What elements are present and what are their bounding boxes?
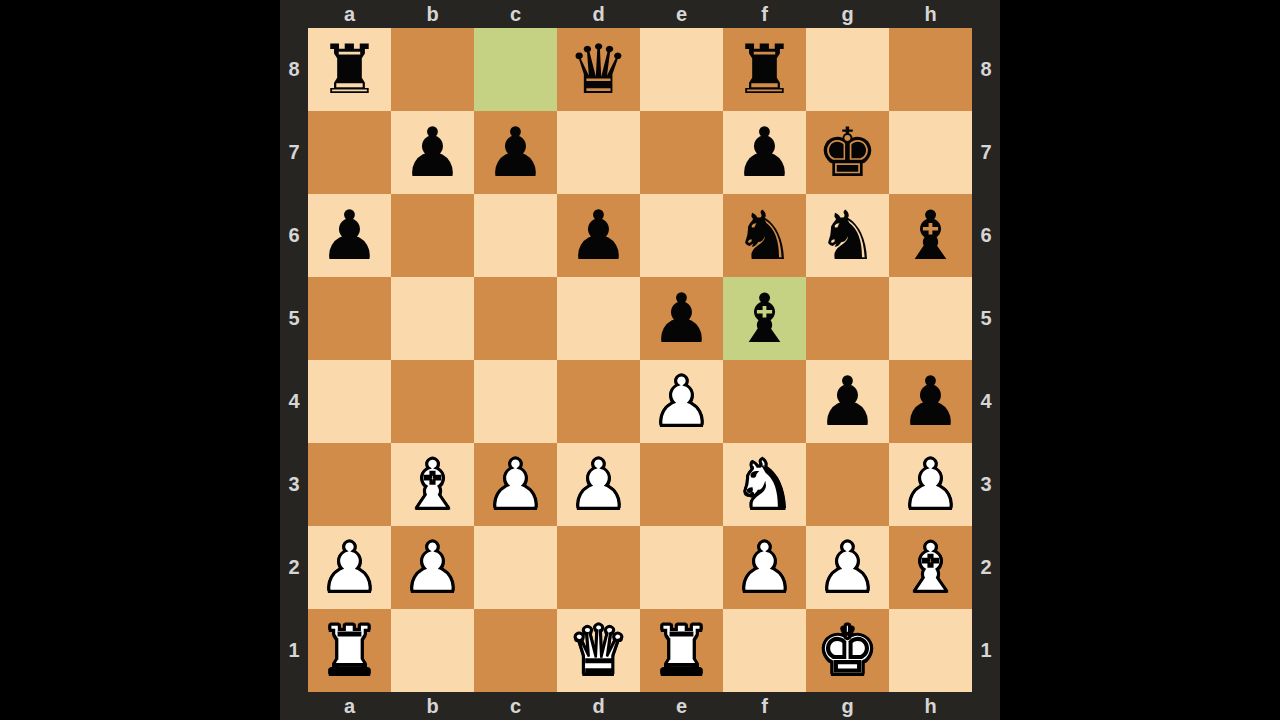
square-b6[interactable] [391,194,474,277]
white-pawn-h3[interactable]: ♟ [900,443,961,526]
square-d1[interactable]: ♛ [557,609,640,692]
file-labels-top: abcdefgh [280,0,1000,28]
square-f2[interactable]: ♟ [723,526,806,609]
file-label-h-top: h [889,0,972,28]
square-f6[interactable]: ♞ [723,194,806,277]
rank-label-3-left: 3 [280,473,308,496]
square-a7[interactable] [308,111,391,194]
black-queen-d8[interactable]: ♛ [568,28,629,111]
black-knight-f6[interactable]: ♞ [734,194,795,277]
black-king-g7[interactable]: ♚ [817,111,878,194]
square-e6[interactable] [640,194,723,277]
square-b3[interactable]: ♝ [391,443,474,526]
square-b8[interactable] [391,28,474,111]
file-label-e-bottom: e [640,692,723,720]
rank-label-5-left: 5 [280,307,308,330]
square-c8[interactable] [474,28,557,111]
file-label-g-bottom: g [806,692,889,720]
square-d2[interactable] [557,526,640,609]
square-g6[interactable]: ♞ [806,194,889,277]
square-g3[interactable] [806,443,889,526]
square-c3[interactable]: ♟ [474,443,557,526]
square-g1[interactable]: ♚ [806,609,889,692]
file-label-c-top: c [474,0,557,28]
square-f4[interactable] [723,360,806,443]
square-f1[interactable] [723,609,806,692]
chessboard: ♜♛♜♟♟♟♚♟♟♞♞♝♟♝♟♟♟♝♟♟♞♟♟♟♟♟♝♜♛♜♚ [308,28,972,692]
black-rook-f8[interactable]: ♜ [734,28,795,111]
square-a8[interactable]: ♜ [308,28,391,111]
square-c5[interactable] [474,277,557,360]
white-pawn-a2[interactable]: ♟ [319,526,380,609]
square-e1[interactable]: ♜ [640,609,723,692]
white-bishop-h2[interactable]: ♝ [900,526,961,609]
square-c4[interactable] [474,360,557,443]
white-pawn-f2[interactable]: ♟ [734,526,795,609]
white-rook-e1[interactable]: ♜ [651,609,712,692]
square-d6[interactable]: ♟ [557,194,640,277]
file-label-d-bottom: d [557,692,640,720]
rank-label-7-right: 7 [972,141,1000,164]
square-g4[interactable]: ♟ [806,360,889,443]
black-pawn-g4[interactable]: ♟ [817,360,878,443]
square-f8[interactable]: ♜ [723,28,806,111]
black-pawn-e5[interactable]: ♟ [651,277,712,360]
rank-label-2-left: 2 [280,556,308,579]
black-bishop-h6[interactable]: ♝ [900,194,961,277]
file-label-e-top: e [640,0,723,28]
square-c2[interactable] [474,526,557,609]
rank-label-8-right: 8 [972,58,1000,81]
file-label-b-top: b [391,0,474,28]
rank-label-5-right: 5 [972,307,1000,330]
square-f5[interactable]: ♝ [723,277,806,360]
square-d5[interactable] [557,277,640,360]
black-pawn-f7[interactable]: ♟ [734,111,795,194]
square-e3[interactable] [640,443,723,526]
square-a4[interactable] [308,360,391,443]
rank-label-4-right: 4 [972,390,1000,413]
file-label-b-bottom: b [391,692,474,720]
square-e5[interactable]: ♟ [640,277,723,360]
square-e7[interactable] [640,111,723,194]
square-d7[interactable] [557,111,640,194]
rank-label-2-right: 2 [972,556,1000,579]
white-pawn-d3[interactable]: ♟ [568,443,629,526]
rank-label-8-left: 8 [280,58,308,81]
square-h8[interactable] [889,28,972,111]
file-label-d-top: d [557,0,640,28]
square-f7[interactable]: ♟ [723,111,806,194]
square-h5[interactable] [889,277,972,360]
square-g8[interactable] [806,28,889,111]
file-label-h-bottom: h [889,692,972,720]
square-d3[interactable]: ♟ [557,443,640,526]
rank-label-1-right: 1 [972,639,1000,662]
square-b4[interactable] [391,360,474,443]
white-pawn-b2[interactable]: ♟ [402,526,463,609]
square-h3[interactable]: ♟ [889,443,972,526]
file-label-c-bottom: c [474,692,557,720]
square-h4[interactable]: ♟ [889,360,972,443]
square-h6[interactable]: ♝ [889,194,972,277]
rank-label-6-right: 6 [972,224,1000,247]
file-labels-bottom: abcdefgh [280,692,1000,720]
white-bishop-b3[interactable]: ♝ [402,443,463,526]
letterbox-right [1000,0,1280,720]
square-a6[interactable]: ♟ [308,194,391,277]
rank-labels-right: 87654321 [972,28,1000,692]
square-b5[interactable] [391,277,474,360]
letterbox-left [0,0,280,720]
black-rook-a8[interactable]: ♜ [319,28,380,111]
white-pawn-c3[interactable]: ♟ [485,443,546,526]
square-h7[interactable] [889,111,972,194]
white-pawn-e4[interactable]: ♟ [651,360,712,443]
white-pawn-g2[interactable]: ♟ [817,526,878,609]
white-knight-f3[interactable]: ♞ [734,443,795,526]
square-a3[interactable] [308,443,391,526]
square-b1[interactable] [391,609,474,692]
file-label-g-top: g [806,0,889,28]
square-d4[interactable] [557,360,640,443]
file-label-f-bottom: f [723,692,806,720]
file-label-a-bottom: a [308,692,391,720]
square-a2[interactable]: ♟ [308,526,391,609]
file-label-f-top: f [723,0,806,28]
black-pawn-b7[interactable]: ♟ [402,111,463,194]
rank-label-3-right: 3 [972,473,1000,496]
black-pawn-c7[interactable]: ♟ [485,111,546,194]
square-g7[interactable]: ♚ [806,111,889,194]
square-f3[interactable]: ♞ [723,443,806,526]
square-b2[interactable]: ♟ [391,526,474,609]
rank-label-6-left: 6 [280,224,308,247]
white-queen-d1[interactable]: ♛ [568,609,629,692]
black-pawn-a6[interactable]: ♟ [319,194,380,277]
square-a1[interactable]: ♜ [308,609,391,692]
white-rook-a1[interactable]: ♜ [319,609,380,692]
square-a5[interactable] [308,277,391,360]
black-bishop-f5[interactable]: ♝ [734,277,795,360]
square-e8[interactable] [640,28,723,111]
square-d8[interactable]: ♛ [557,28,640,111]
square-e4[interactable]: ♟ [640,360,723,443]
chessboard-panel: abcdefgh 87654321 ♜♛♜♟♟♟♚♟♟♞♞♝♟♝♟♟♟♝♟♟♞♟… [280,0,1000,720]
square-c6[interactable] [474,194,557,277]
file-label-a-top: a [308,0,391,28]
video-frame: abcdefgh 87654321 ♜♛♜♟♟♟♚♟♟♞♞♝♟♝♟♟♟♝♟♟♞♟… [0,0,1280,720]
black-pawn-h4[interactable]: ♟ [900,360,961,443]
rank-label-7-left: 7 [280,141,308,164]
black-pawn-d6[interactable]: ♟ [568,194,629,277]
white-king-g1[interactable]: ♚ [817,609,878,692]
square-e2[interactable] [640,526,723,609]
square-g2[interactable]: ♟ [806,526,889,609]
square-c7[interactable]: ♟ [474,111,557,194]
square-g5[interactable] [806,277,889,360]
black-knight-g6[interactable]: ♞ [817,194,878,277]
rank-label-1-left: 1 [280,639,308,662]
square-h1[interactable] [889,609,972,692]
square-h2[interactable]: ♝ [889,526,972,609]
square-c1[interactable] [474,609,557,692]
rank-labels-left: 87654321 [280,28,308,692]
rank-label-4-left: 4 [280,390,308,413]
square-b7[interactable]: ♟ [391,111,474,194]
